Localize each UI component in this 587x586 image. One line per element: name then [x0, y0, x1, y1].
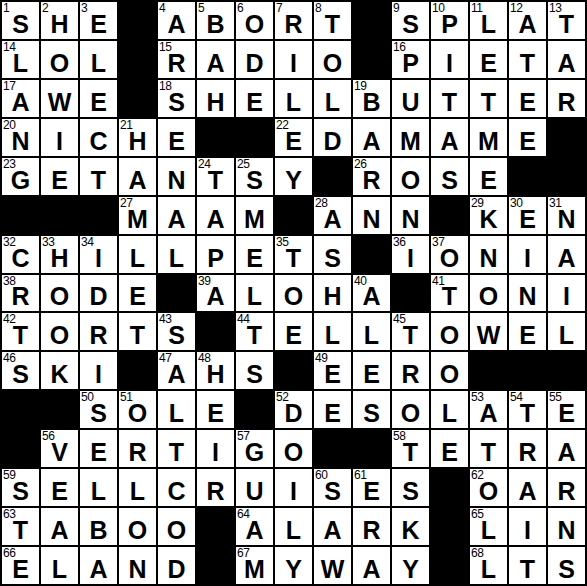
cell-letter: T — [392, 323, 429, 348]
grid-cell[interactable]: E — [157, 118, 196, 157]
grid-cell[interactable]: 5B — [196, 1, 235, 40]
grid-cell[interactable]: L — [274, 79, 313, 118]
grid-cell[interactable]: E — [313, 390, 352, 429]
grid-cell[interactable]: E — [469, 157, 508, 196]
grid-cell[interactable]: O — [430, 351, 469, 390]
grid-cell[interactable]: L — [313, 312, 352, 351]
cell-letter: O — [275, 284, 312, 309]
grid-cell[interactable]: T — [118, 312, 157, 351]
block-cell — [118, 79, 157, 118]
grid-cell[interactable]: 31N — [547, 196, 586, 235]
block-cell — [508, 351, 547, 390]
grid-cell[interactable]: T — [469, 429, 508, 468]
grid-cell[interactable]: S — [352, 390, 391, 429]
grid-cell[interactable]: 50S — [79, 390, 118, 429]
grid-cell[interactable]: L — [40, 546, 79, 585]
grid-cell[interactable]: E — [235, 79, 274, 118]
grid-cell[interactable]: E — [79, 79, 118, 118]
cell-letter: T — [509, 401, 546, 426]
cell-letter: M — [236, 557, 273, 582]
grid-cell[interactable]: 52D — [274, 390, 313, 429]
grid-cell[interactable]: 67M — [235, 546, 274, 585]
cell-letter: K — [392, 518, 429, 543]
cell-letter: L — [158, 401, 195, 426]
cell-letter: C — [2, 246, 39, 271]
grid-cell[interactable]: T — [508, 546, 547, 585]
cell-letter: R — [353, 168, 390, 193]
cell-letter: I — [80, 246, 117, 271]
grid-cell[interactable]: 39A — [196, 274, 235, 313]
cell-letter: H — [41, 246, 78, 271]
cell-letter: N — [353, 207, 390, 232]
grid-cell[interactable]: 57G — [235, 429, 274, 468]
block-cell — [1, 196, 40, 235]
grid-cell[interactable]: 54T — [508, 390, 547, 429]
grid-cell[interactable]: 43S — [157, 312, 196, 351]
grid-cell[interactable]: I — [547, 274, 586, 313]
grid-cell[interactable]: 16P — [391, 40, 430, 79]
crossword-board: 1S2H3E4A5B6O7R8T9S10P11L12A13T14LOL15RAD… — [0, 0, 587, 586]
grid-cell[interactable]: E — [508, 79, 547, 118]
grid-cell[interactable]: 19B — [352, 79, 391, 118]
cell-letter: Y — [392, 557, 429, 582]
grid-cell[interactable]: E — [40, 157, 79, 196]
grid-cell[interactable]: R — [118, 429, 157, 468]
grid-cell[interactable]: U — [391, 79, 430, 118]
grid-cell[interactable]: 61E — [352, 468, 391, 507]
grid-cell[interactable]: 60S — [313, 468, 352, 507]
grid-cell[interactable]: P — [196, 235, 235, 274]
cell-letter: L — [275, 90, 312, 115]
block-cell — [430, 468, 469, 507]
block-cell — [352, 429, 391, 468]
grid-cell[interactable]: L — [157, 390, 196, 429]
grid-cell[interactable]: 14L — [1, 40, 40, 79]
grid-cell[interactable]: R — [547, 468, 586, 507]
grid-cell[interactable]: 9S — [391, 1, 430, 40]
grid-cell[interactable]: E — [196, 390, 235, 429]
grid-cell[interactable]: W — [313, 546, 352, 585]
grid-cell[interactable]: L — [313, 79, 352, 118]
grid-cell[interactable]: R — [508, 429, 547, 468]
cell-letter: W — [470, 323, 507, 348]
cell-letter: R — [353, 518, 390, 543]
cell-letter: I — [548, 284, 585, 309]
cell-letter: S — [158, 90, 195, 115]
grid-cell[interactable]: M — [235, 196, 274, 235]
cell-letter: N — [470, 246, 507, 271]
block-cell — [547, 118, 586, 157]
grid-cell[interactable]: 58T — [391, 429, 430, 468]
block-cell — [313, 157, 352, 196]
cell-letter: B — [353, 90, 390, 115]
cell-letter: I — [41, 129, 78, 154]
grid-cell[interactable]: A — [40, 507, 79, 546]
grid-cell[interactable]: 27M — [118, 196, 157, 235]
grid-cell[interactable]: 49E — [313, 351, 352, 390]
grid-cell[interactable]: A — [157, 196, 196, 235]
grid-cell[interactable]: 12A — [508, 1, 547, 40]
grid-cell[interactable]: 56V — [40, 429, 79, 468]
cell-letter: A — [158, 362, 195, 387]
grid-cell[interactable]: R — [196, 468, 235, 507]
grid-cell[interactable]: 6O — [235, 1, 274, 40]
grid-cell[interactable]: N — [508, 274, 547, 313]
cell-letter: M — [119, 207, 156, 232]
grid-cell[interactable]: N — [157, 157, 196, 196]
grid-cell[interactable]: W — [469, 312, 508, 351]
grid-cell[interactable]: E — [79, 429, 118, 468]
grid-cell[interactable]: A — [547, 235, 586, 274]
grid-cell[interactable]: O — [118, 507, 157, 546]
block-cell — [469, 351, 508, 390]
cell-letter: E — [275, 129, 312, 154]
grid-cell[interactable]: 42T — [1, 312, 40, 351]
grid-cell[interactable]: W — [40, 79, 79, 118]
cell-letter: T — [314, 12, 351, 37]
cell-letter: A — [509, 479, 546, 504]
grid-cell[interactable]: I — [508, 235, 547, 274]
cell-letter: L — [470, 518, 507, 543]
grid-cell[interactable]: S — [547, 546, 586, 585]
grid-cell[interactable]: U — [235, 468, 274, 507]
grid-cell[interactable]: D — [235, 40, 274, 79]
cell-letter: A — [119, 168, 156, 193]
grid-cell[interactable]: A — [313, 507, 352, 546]
cell-letter: T — [275, 246, 312, 271]
cell-letter: E — [275, 323, 312, 348]
grid-cell[interactable]: T — [157, 429, 196, 468]
grid-cell[interactable]: 15R — [157, 40, 196, 79]
crossword-page: 1S2H3E4A5B6O7R8T9S10P11L12A13T14LOL15RAD… — [0, 0, 587, 586]
grid-cell[interactable]: L — [157, 235, 196, 274]
block-cell — [352, 1, 391, 40]
grid-cell[interactable]: S — [313, 235, 352, 274]
grid-cell[interactable]: M — [469, 118, 508, 157]
grid-cell[interactable]: A — [352, 118, 391, 157]
cell-letter: A — [470, 401, 507, 426]
grid-cell[interactable]: A — [508, 468, 547, 507]
grid-cell[interactable]: K — [40, 351, 79, 390]
cell-letter: T — [236, 323, 273, 348]
grid-cell[interactable]: Y — [274, 546, 313, 585]
grid-cell[interactable]: 53A — [469, 390, 508, 429]
cell-letter: L — [41, 557, 78, 582]
grid-cell[interactable]: 40A — [352, 274, 391, 313]
cell-letter: L — [470, 557, 507, 582]
cell-letter: I — [275, 479, 312, 504]
grid-cell[interactable]: H — [196, 79, 235, 118]
grid-cell[interactable]: D — [157, 546, 196, 585]
grid-cell[interactable]: O — [40, 274, 79, 313]
grid-cell[interactable]: E — [40, 468, 79, 507]
cell-letter: E — [80, 90, 117, 115]
cell-letter: O — [41, 284, 78, 309]
grid-cell[interactable]: T — [79, 157, 118, 196]
cell-letter: E — [41, 168, 78, 193]
cell-letter: L — [431, 401, 468, 426]
cell-letter: N — [119, 557, 156, 582]
grid-cell[interactable]: C — [79, 118, 118, 157]
grid-cell[interactable]: 62O — [469, 468, 508, 507]
grid-cell[interactable]: A — [547, 40, 586, 79]
grid-cell[interactable]: 8T — [313, 1, 352, 40]
cell-letter: T — [80, 168, 117, 193]
grid-cell[interactable]: 37O — [430, 235, 469, 274]
grid-cell[interactable]: E — [508, 118, 547, 157]
cell-letter: S — [548, 557, 585, 582]
grid-cell[interactable]: 3E — [79, 1, 118, 40]
cell-letter: H — [314, 284, 351, 309]
grid-cell[interactable]: I — [196, 429, 235, 468]
grid-cell[interactable]: 7R — [274, 1, 313, 40]
cell-letter: R — [119, 440, 156, 465]
grid-cell[interactable]: O — [469, 274, 508, 313]
grid-cell[interactable]: O — [430, 312, 469, 351]
grid-cell[interactable]: T — [508, 40, 547, 79]
grid-cell[interactable]: O — [274, 429, 313, 468]
cell-letter: E — [353, 479, 390, 504]
cell-letter: O — [470, 284, 507, 309]
grid-cell[interactable]: L — [352, 312, 391, 351]
cell-letter: E — [80, 440, 117, 465]
cell-letter: Y — [275, 557, 312, 582]
cell-letter: I — [509, 518, 546, 543]
grid-cell[interactable]: L — [274, 507, 313, 546]
cell-letter: O — [431, 246, 468, 271]
grid-cell[interactable]: 25S — [235, 157, 274, 196]
cell-letter: T — [2, 518, 39, 543]
grid-cell[interactable]: 46S — [1, 351, 40, 390]
grid-cell[interactable]: 21H — [118, 118, 157, 157]
cell-letter: S — [2, 12, 39, 37]
grid-cell[interactable]: Y — [391, 546, 430, 585]
cell-letter: P — [431, 12, 468, 37]
grid-cell[interactable]: L — [118, 235, 157, 274]
grid-cell[interactable]: N — [469, 235, 508, 274]
grid-cell[interactable]: 1S — [1, 1, 40, 40]
grid-cell[interactable]: 4A — [157, 1, 196, 40]
cell-letter: K — [41, 362, 78, 387]
cell-letter: S — [2, 479, 39, 504]
grid-cell[interactable]: 28A — [313, 196, 352, 235]
grid-cell[interactable]: 18S — [157, 79, 196, 118]
grid-cell[interactable]: E — [274, 312, 313, 351]
grid-cell[interactable]: 11L — [469, 1, 508, 40]
grid-cell[interactable]: 68L — [469, 546, 508, 585]
cell-letter: N — [548, 207, 585, 232]
grid-cell[interactable]: E — [352, 351, 391, 390]
cell-letter: R — [548, 479, 585, 504]
grid-cell[interactable]: I — [430, 40, 469, 79]
grid-cell[interactable]: L — [547, 312, 586, 351]
grid-cell[interactable]: 32C — [1, 235, 40, 274]
cell-letter: E — [314, 362, 351, 387]
grid-cell[interactable]: I — [508, 507, 547, 546]
grid-cell[interactable]: 10P — [430, 1, 469, 40]
cell-letter: R — [275, 12, 312, 37]
grid-cell[interactable]: 66E — [1, 546, 40, 585]
grid-cell[interactable]: O — [391, 390, 430, 429]
cell-letter: H — [119, 129, 156, 154]
grid-cell[interactable]: R — [352, 507, 391, 546]
grid-cell[interactable]: 33H — [40, 235, 79, 274]
grid-cell[interactable]: N — [118, 546, 157, 585]
grid-cell[interactable]: 20N — [1, 118, 40, 157]
grid-cell[interactable]: N — [547, 507, 586, 546]
cell-letter: D — [314, 129, 351, 154]
cell-letter: L — [158, 246, 195, 271]
grid-cell[interactable]: L — [118, 468, 157, 507]
grid-cell[interactable]: 59S — [1, 468, 40, 507]
grid-cell[interactable]: N — [391, 196, 430, 235]
grid-cell[interactable]: I — [274, 468, 313, 507]
grid-cell[interactable]: 23G — [1, 157, 40, 196]
grid-cell[interactable]: R — [547, 79, 586, 118]
cell-letter: T — [2, 323, 39, 348]
cell-letter: E — [158, 129, 195, 154]
cell-letter: I — [275, 51, 312, 76]
block-cell — [430, 196, 469, 235]
grid-cell[interactable]: T — [469, 79, 508, 118]
grid-cell[interactable]: O — [157, 507, 196, 546]
grid-cell[interactable]: E — [508, 312, 547, 351]
cell-letter: E — [509, 129, 546, 154]
grid-cell[interactable]: A — [118, 157, 157, 196]
grid-cell[interactable]: 38R — [1, 274, 40, 313]
grid-cell[interactable]: N — [352, 196, 391, 235]
cell-letter: S — [431, 168, 468, 193]
grid-cell[interactable]: H — [313, 274, 352, 313]
grid-cell[interactable]: 26R — [352, 157, 391, 196]
grid-cell[interactable]: S — [235, 351, 274, 390]
cell-letter: E — [41, 479, 78, 504]
block-cell — [40, 196, 79, 235]
cell-letter: E — [548, 401, 585, 426]
grid-cell[interactable]: C — [157, 468, 196, 507]
grid-cell[interactable]: E — [118, 274, 157, 313]
cell-letter: W — [41, 90, 78, 115]
block-cell — [274, 351, 313, 390]
cell-letter: E — [119, 284, 156, 309]
block-cell — [235, 390, 274, 429]
cell-letter: N — [509, 284, 546, 309]
grid-cell[interactable]: O — [40, 312, 79, 351]
block-cell — [196, 312, 235, 351]
grid-cell[interactable]: 2H — [40, 1, 79, 40]
grid-cell[interactable]: 45T — [391, 312, 430, 351]
cell-letter: E — [236, 90, 273, 115]
grid-cell[interactable]: B — [79, 507, 118, 546]
cell-letter: H — [197, 362, 234, 387]
cell-letter: O — [41, 51, 78, 76]
grid-cell[interactable]: A — [79, 546, 118, 585]
grid-cell[interactable]: O — [274, 274, 313, 313]
cell-letter: L — [275, 518, 312, 543]
cell-letter: S — [314, 246, 351, 271]
cell-letter: R — [548, 90, 585, 115]
grid-cell[interactable]: M — [391, 118, 430, 157]
grid-cell[interactable]: E — [469, 40, 508, 79]
grid-cell[interactable]: K — [391, 507, 430, 546]
grid-cell[interactable]: L — [235, 274, 274, 313]
grid-cell[interactable]: 44T — [235, 312, 274, 351]
grid-cell[interactable]: R — [391, 351, 430, 390]
cell-letter: N — [158, 168, 195, 193]
grid-cell[interactable]: 34I — [79, 235, 118, 274]
cell-letter: S — [236, 168, 273, 193]
grid-cell[interactable]: 41T — [430, 274, 469, 313]
cell-letter: T — [548, 12, 585, 37]
grid-cell[interactable]: 63T — [1, 507, 40, 546]
grid-cell[interactable]: R — [79, 312, 118, 351]
block-cell — [547, 351, 586, 390]
grid-cell[interactable]: O — [391, 157, 430, 196]
cell-letter: A — [548, 246, 585, 271]
grid-cell[interactable]: 65L — [469, 507, 508, 546]
cell-letter: E — [509, 207, 546, 232]
grid-cell[interactable]: 48H — [196, 351, 235, 390]
grid-cell[interactable]: 29K — [469, 196, 508, 235]
grid-cell[interactable]: A — [547, 429, 586, 468]
grid-cell[interactable]: S — [430, 157, 469, 196]
grid-cell[interactable]: A — [196, 40, 235, 79]
cell-letter: O — [236, 12, 273, 37]
grid-cell[interactable]: O — [313, 40, 352, 79]
grid-cell[interactable]: 13T — [547, 1, 586, 40]
cell-letter: I — [392, 246, 429, 271]
grid-cell[interactable]: Y — [274, 157, 313, 196]
grid-cell[interactable]: E — [430, 429, 469, 468]
grid-cell[interactable]: 36I — [391, 235, 430, 274]
cell-letter: L — [236, 284, 273, 309]
grid-cell[interactable]: A — [352, 546, 391, 585]
grid-cell[interactable]: T — [430, 79, 469, 118]
grid-cell[interactable]: 30E — [508, 196, 547, 235]
grid-cell[interactable]: I — [79, 351, 118, 390]
cell-letter: E — [470, 168, 507, 193]
grid-cell[interactable]: L — [430, 390, 469, 429]
grid-cell[interactable]: 22E — [274, 118, 313, 157]
grid-cell[interactable]: S — [391, 468, 430, 507]
grid-cell[interactable]: L — [79, 40, 118, 79]
block-cell — [118, 351, 157, 390]
grid-cell[interactable]: L — [79, 468, 118, 507]
grid-cell[interactable]: A — [196, 196, 235, 235]
cell-letter: R — [2, 284, 39, 309]
cell-letter: T — [470, 90, 507, 115]
cell-letter: A — [431, 129, 468, 154]
grid-cell[interactable]: E — [235, 235, 274, 274]
grid-cell[interactable]: O — [40, 40, 79, 79]
grid-cell[interactable]: 64A — [235, 507, 274, 546]
grid-cell[interactable]: I — [40, 118, 79, 157]
block-cell — [235, 118, 274, 157]
grid-cell[interactable]: D — [79, 274, 118, 313]
grid-cell[interactable]: 35T — [274, 235, 313, 274]
grid-cell[interactable]: I — [274, 40, 313, 79]
grid-cell[interactable]: D — [313, 118, 352, 157]
grid-cell[interactable]: 24T — [196, 157, 235, 196]
cell-letter: I — [431, 51, 468, 76]
grid-cell[interactable]: 17A — [1, 79, 40, 118]
cell-letter: A — [314, 207, 351, 232]
grid-cell[interactable]: 47A — [157, 351, 196, 390]
grid-cell[interactable]: A — [430, 118, 469, 157]
grid-cell[interactable]: 51O — [118, 390, 157, 429]
cell-letter: H — [41, 12, 78, 37]
grid-cell[interactable]: 55E — [547, 390, 586, 429]
